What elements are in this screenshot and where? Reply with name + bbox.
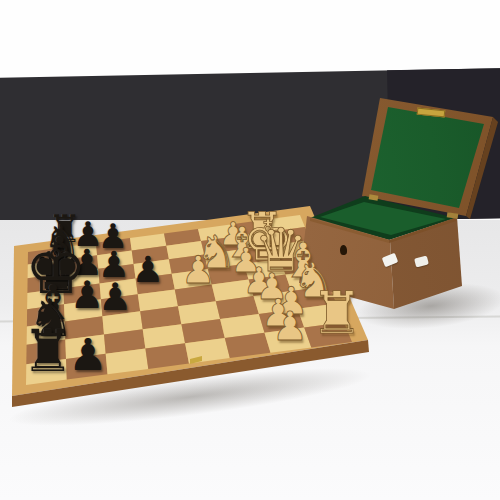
box-keyhole-icon	[340, 245, 348, 255]
auction-photo: ♜♞♝♛♚♝♞♜♟♟♟♟♟♟♟♟♟♞♟♝♜♚♛♟♟♟♝♞♟♟♟♜	[0, 0, 500, 500]
